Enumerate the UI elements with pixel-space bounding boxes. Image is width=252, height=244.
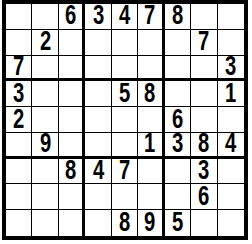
given-digit: 6: [65, 4, 76, 29]
given-digit: 3: [225, 56, 236, 80]
cell-r8c5[interactable]: [112, 184, 138, 210]
cell-r4c6[interactable]: 8: [138, 81, 164, 107]
given-digit: 8: [65, 159, 76, 184]
cell-r2c8[interactable]: 7: [191, 30, 217, 56]
cell-r7c7[interactable]: [165, 159, 191, 185]
given-digit: 7: [13, 56, 24, 80]
cell-r1c9[interactable]: [218, 4, 244, 30]
given-digit: 4: [225, 133, 236, 157]
given-digit: 5: [172, 210, 183, 236]
cell-r8c2[interactable]: [32, 184, 58, 210]
cell-r2c4[interactable]: [85, 30, 111, 56]
cell-r5c4[interactable]: [85, 107, 111, 133]
cell-r7c9[interactable]: [218, 159, 244, 185]
given-digit: 6: [198, 184, 209, 209]
cell-r3c1[interactable]: 7: [6, 56, 32, 82]
given-digit: 4: [92, 159, 103, 184]
cell-r1c3[interactable]: 6: [59, 4, 85, 30]
cell-r4c5[interactable]: 5: [112, 81, 138, 107]
cell-r3c3[interactable]: [59, 56, 85, 82]
cell-r2c6[interactable]: [138, 30, 164, 56]
cell-r6c2[interactable]: 9: [32, 133, 58, 159]
cell-r3c4[interactable]: [85, 56, 111, 82]
cell-r5c7[interactable]: 6: [165, 107, 191, 133]
cell-r5c6[interactable]: [138, 107, 164, 133]
cell-r6c4[interactable]: [85, 133, 111, 159]
given-digit: 8: [172, 4, 183, 29]
cell-r8c6[interactable]: [138, 184, 164, 210]
cell-r9c1[interactable]: [6, 210, 32, 236]
cell-r4c2[interactable]: [32, 81, 58, 107]
cell-r2c7[interactable]: [165, 30, 191, 56]
cell-r6c5[interactable]: [112, 133, 138, 159]
given-digit: 8: [198, 133, 209, 157]
cell-r5c9[interactable]: [218, 107, 244, 133]
given-digit: 3: [92, 4, 103, 29]
cell-r4c4[interactable]: [85, 81, 111, 107]
cell-r2c2[interactable]: 2: [32, 30, 58, 56]
given-digit: 1: [144, 133, 155, 157]
cell-r7c3[interactable]: 8: [59, 159, 85, 185]
cell-r9c7[interactable]: 5: [165, 210, 191, 236]
cell-r1c2[interactable]: [32, 4, 58, 30]
given-digit: 6: [172, 107, 183, 132]
cell-r2c9[interactable]: [218, 30, 244, 56]
given-digit: 2: [40, 30, 51, 55]
cell-r7c5[interactable]: 7: [112, 159, 138, 185]
cell-r6c7[interactable]: 3: [165, 133, 191, 159]
given-digit: 3: [172, 133, 183, 157]
cell-r6c3[interactable]: [59, 133, 85, 159]
cell-r4c1[interactable]: 3: [6, 81, 32, 107]
given-digit: 9: [144, 210, 155, 236]
cell-r3c9[interactable]: 3: [218, 56, 244, 82]
cell-r6c6[interactable]: 1: [138, 133, 164, 159]
given-digit: 1: [225, 81, 236, 106]
cell-r4c3[interactable]: [59, 81, 85, 107]
cell-r4c7[interactable]: [165, 81, 191, 107]
cell-r1c5[interactable]: 4: [112, 4, 138, 30]
cell-r7c6[interactable]: [138, 159, 164, 185]
cell-r9c6[interactable]: 9: [138, 210, 164, 236]
cell-r3c5[interactable]: [112, 56, 138, 82]
cell-r9c3[interactable]: [59, 210, 85, 236]
cell-r9c5[interactable]: 8: [112, 210, 138, 236]
cell-r9c4[interactable]: [85, 210, 111, 236]
given-digit: 2: [13, 107, 24, 132]
cell-r5c1[interactable]: 2: [6, 107, 32, 133]
cell-r1c1[interactable]: [6, 4, 32, 30]
cell-r6c1[interactable]: [6, 133, 32, 159]
cell-r5c5[interactable]: [112, 107, 138, 133]
sudoku-board: 6347827733581269138484736895: [2, 0, 248, 240]
given-digit: 5: [119, 81, 130, 106]
cell-r3c7[interactable]: [165, 56, 191, 82]
given-digit: 8: [119, 210, 130, 236]
given-digit: 7: [144, 4, 155, 29]
cell-r2c3[interactable]: [59, 30, 85, 56]
given-digit: 3: [198, 159, 209, 184]
cell-r1c4[interactable]: 3: [85, 4, 111, 30]
cell-r8c3[interactable]: [59, 184, 85, 210]
cell-r5c2[interactable]: [32, 107, 58, 133]
cell-r1c8[interactable]: [191, 4, 217, 30]
cell-r3c2[interactable]: [32, 56, 58, 82]
cell-r6c8[interactable]: 8: [191, 133, 217, 159]
cell-r4c9[interactable]: 1: [218, 81, 244, 107]
cell-r7c4[interactable]: 4: [85, 159, 111, 185]
cell-r8c4[interactable]: [85, 184, 111, 210]
cell-r9c9[interactable]: [218, 210, 244, 236]
given-digit: 7: [198, 30, 209, 55]
given-digit: 8: [144, 81, 155, 106]
cell-r5c3[interactable]: [59, 107, 85, 133]
cell-r2c1[interactable]: [6, 30, 32, 56]
cell-r7c1[interactable]: [6, 159, 32, 185]
cell-r6c9[interactable]: 4: [218, 133, 244, 159]
cell-r3c8[interactable]: [191, 56, 217, 82]
cell-r7c8[interactable]: 3: [191, 159, 217, 185]
given-digit: 7: [119, 159, 130, 184]
cell-r8c9[interactable]: [218, 184, 244, 210]
cell-r8c1[interactable]: [6, 184, 32, 210]
cell-r7c2[interactable]: [32, 159, 58, 185]
cell-r2c5[interactable]: [112, 30, 138, 56]
given-digit: 4: [119, 4, 130, 29]
cell-r8c7[interactable]: [165, 184, 191, 210]
cell-r1c6[interactable]: 7: [138, 4, 164, 30]
cell-r1c7[interactable]: 8: [165, 4, 191, 30]
cell-r9c8[interactable]: [191, 210, 217, 236]
given-digit: 9: [40, 133, 51, 157]
cell-r9c2[interactable]: [32, 210, 58, 236]
cell-r3c6[interactable]: [138, 56, 164, 82]
cell-r5c8[interactable]: [191, 107, 217, 133]
cell-r4c8[interactable]: [191, 81, 217, 107]
given-digit: 3: [13, 81, 24, 106]
cell-r8c8[interactable]: 6: [191, 184, 217, 210]
